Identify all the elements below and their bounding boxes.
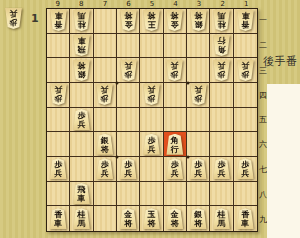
piece-face: 歩兵 — [142, 84, 161, 105]
piece-face: 歩兵 — [236, 60, 255, 81]
piece-face: 歩兵 — [142, 134, 161, 155]
shogi-piece-gote[interactable]: 飛車 — [72, 35, 91, 56]
shogi-piece-sente[interactable]: 銀将 — [95, 134, 114, 155]
square-1-1[interactable]: 香車 — [234, 9, 257, 34]
shogi-piece-sente[interactable]: 金将 — [119, 208, 138, 229]
square-8-8[interactable]: 飛車 — [70, 182, 93, 207]
shogi-piece-sente[interactable]: 歩兵 — [119, 158, 138, 179]
shogi-piece-gote[interactable]: 歩兵 — [165, 60, 184, 81]
square-6-2[interactable] — [117, 34, 140, 59]
square-9-3[interactable] — [47, 58, 70, 83]
shogi-piece-gote[interactable]: 金将 — [119, 10, 138, 31]
shogi-piece-sente[interactable]: 歩兵 — [236, 158, 255, 179]
square-6-8[interactable] — [117, 182, 140, 207]
square-6-7[interactable]: 歩兵 — [117, 157, 140, 182]
square-9-7[interactable]: 歩兵 — [47, 157, 70, 182]
square-3-4[interactable]: 歩兵 — [187, 83, 210, 108]
square-8-7[interactable] — [70, 157, 93, 182]
file-label-1: 1 — [234, 0, 258, 8]
shogi-piece-gote[interactable]: 桂馬 — [72, 10, 91, 31]
square-5-6[interactable]: 歩兵 — [140, 132, 163, 157]
square-1-8[interactable] — [234, 182, 257, 207]
file-label-9: 9 — [46, 0, 70, 8]
piece-face: 歩兵 — [119, 158, 138, 179]
square-4-5[interactable] — [164, 108, 187, 133]
file-label-5: 5 — [140, 0, 164, 8]
square-2-7[interactable]: 歩兵 — [210, 157, 233, 182]
square-4-4[interactable] — [164, 83, 187, 108]
shogi-piece-gote[interactable]: 桂馬 — [212, 10, 231, 31]
piece-face: 歩兵 — [189, 158, 208, 179]
square-3-8[interactable] — [187, 182, 210, 207]
square-2-5[interactable] — [210, 108, 233, 133]
square-6-9[interactable]: 金将 — [117, 206, 140, 231]
piece-face: 歩兵 — [119, 60, 138, 81]
shogi-piece-gote[interactable]: 角行 — [212, 35, 231, 56]
square-5-3[interactable] — [140, 58, 163, 83]
square-1-4[interactable] — [234, 83, 257, 108]
square-3-7[interactable]: 歩兵 — [187, 157, 210, 182]
piece-face: 歩兵 — [49, 84, 68, 105]
piece-face: 歩兵 — [212, 158, 231, 179]
square-4-2[interactable] — [164, 34, 187, 59]
turn-indicator: 後手番 — [263, 54, 300, 69]
square-6-3[interactable]: 歩兵 — [117, 58, 140, 83]
shogi-piece-gote[interactable]: 香車 — [49, 10, 68, 31]
shogi-piece-gote[interactable]: 香車 — [236, 10, 255, 31]
piece-face: 桂馬 — [72, 10, 91, 31]
square-8-4[interactable] — [70, 83, 93, 108]
shogi-piece-gote[interactable]: 歩兵 — [4, 8, 23, 29]
square-1-9[interactable]: 香車 — [234, 206, 257, 231]
shogi-piece-gote[interactable]: 歩兵 — [49, 84, 68, 105]
shogi-piece-sente[interactable]: 桂馬 — [212, 208, 231, 229]
shogi-piece-gote[interactable]: 歩兵 — [142, 84, 161, 105]
piece-face: 歩兵 — [49, 158, 68, 179]
square-1-6[interactable] — [234, 132, 257, 157]
piece-face: 歩兵 — [165, 158, 184, 179]
piece-face: 銀将 — [72, 60, 91, 81]
piece-face: 王将 — [142, 10, 161, 31]
square-3-6[interactable] — [187, 132, 210, 157]
square-2-4[interactable] — [210, 83, 233, 108]
piece-face: 金将 — [165, 208, 184, 229]
piece-face: 歩兵 — [189, 84, 208, 105]
piece-face: 歩兵 — [72, 109, 91, 130]
shogi-piece-gote[interactable]: 歩兵 — [236, 60, 255, 81]
square-2-6[interactable] — [210, 132, 233, 157]
square-4-8[interactable] — [164, 182, 187, 207]
square-6-4[interactable] — [117, 83, 140, 108]
piece-face: 桂馬 — [212, 10, 231, 31]
square-9-4[interactable]: 歩兵 — [47, 83, 70, 108]
square-9-8[interactable] — [47, 182, 70, 207]
square-9-5[interactable] — [47, 108, 70, 133]
square-8-6[interactable] — [70, 132, 93, 157]
square-9-1[interactable]: 香車 — [47, 9, 70, 34]
file-label-7: 7 — [93, 0, 117, 8]
piece-face: 歩兵 — [236, 158, 255, 179]
square-5-2[interactable] — [140, 34, 163, 59]
square-3-1[interactable]: 銀将 — [187, 9, 210, 34]
square-9-2[interactable] — [47, 34, 70, 59]
piece-face: 飛車 — [72, 183, 91, 204]
shogi-piece-gote[interactable]: 銀将 — [189, 10, 208, 31]
square-2-1[interactable]: 桂馬 — [210, 9, 233, 34]
shogi-piece-gote[interactable]: 金将 — [165, 10, 184, 31]
file-labels: 987654321 — [46, 0, 258, 8]
square-2-3[interactable]: 歩兵 — [210, 58, 233, 83]
square-6-5[interactable] — [117, 108, 140, 133]
shogi-piece-sente[interactable]: 歩兵 — [95, 158, 114, 179]
piece-face: 銀将 — [189, 208, 208, 229]
shogi-piece-gote[interactable]: 歩兵 — [95, 84, 114, 105]
square-3-5[interactable] — [187, 108, 210, 133]
square-3-3[interactable] — [187, 58, 210, 83]
shogi-piece-sente[interactable]: 香車 — [49, 208, 68, 229]
shogi-piece-sente[interactable]: 歩兵 — [49, 158, 68, 179]
file-label-4: 4 — [164, 0, 188, 8]
shogi-piece-sente[interactable]: 香車 — [236, 208, 255, 229]
shogi-piece-sente[interactable]: 歩兵 — [142, 134, 161, 155]
shogi-piece-sente[interactable]: 歩兵 — [165, 158, 184, 179]
square-4-6[interactable]: 角行 — [164, 132, 187, 157]
gote-hand-tray: 歩兵 1 — [4, 5, 44, 31]
square-7-8[interactable] — [94, 182, 117, 207]
square-3-2[interactable] — [187, 34, 210, 59]
shogi-piece-sente[interactable]: 歩兵 — [212, 158, 231, 179]
square-7-6[interactable]: 銀将 — [94, 132, 117, 157]
square-3-9[interactable]: 銀将 — [187, 206, 210, 231]
shogi-piece-sente[interactable]: 飛車 — [72, 183, 91, 204]
piece-face: 桂馬 — [72, 208, 91, 229]
square-1-5[interactable] — [234, 108, 257, 133]
square-5-8[interactable] — [140, 182, 163, 207]
shogi-piece-sente[interactable]: 銀将 — [189, 208, 208, 229]
piece-face: 香車 — [49, 10, 68, 31]
square-6-6[interactable] — [117, 132, 140, 157]
piece-face: 飛車 — [72, 35, 91, 56]
square-5-4[interactable]: 歩兵 — [140, 83, 163, 108]
piece-face: 金将 — [119, 10, 138, 31]
square-7-1[interactable] — [94, 9, 117, 34]
square-2-8[interactable] — [210, 182, 233, 207]
square-9-6[interactable] — [47, 132, 70, 157]
shogi-piece-sente[interactable]: 玉将 — [142, 208, 161, 229]
star-point — [115, 156, 118, 159]
shogi-piece-gote[interactable]: 歩兵 — [212, 60, 231, 81]
shogi-piece-sente[interactable]: 金将 — [165, 208, 184, 229]
square-5-7[interactable] — [140, 157, 163, 182]
shogi-diagram: 987654321 香車桂馬金将王将金将銀将桂馬香車飛車角行銀将歩兵歩兵歩兵歩兵… — [0, 0, 300, 238]
piece-face: 金将 — [165, 10, 184, 31]
shogi-piece-gote[interactable]: 歩兵 — [119, 60, 138, 81]
piece-face: 金将 — [119, 208, 138, 229]
square-7-5[interactable] — [94, 108, 117, 133]
gote-hand-pawn-count: 1 — [31, 12, 39, 25]
piece-face: 歩兵 — [95, 84, 114, 105]
piece-face: 桂馬 — [212, 208, 231, 229]
square-1-2[interactable] — [234, 34, 257, 59]
square-8-2[interactable]: 飛車 — [70, 34, 93, 59]
square-4-9[interactable]: 金将 — [164, 206, 187, 231]
shogi-piece-sente[interactable]: 歩兵 — [189, 158, 208, 179]
square-7-7[interactable]: 歩兵 — [94, 157, 117, 182]
square-7-9[interactable] — [94, 206, 117, 231]
shogi-piece-gote[interactable]: 銀将 — [72, 60, 91, 81]
piece-face: 香車 — [236, 208, 255, 229]
square-8-5[interactable]: 歩兵 — [70, 108, 93, 133]
square-6-1[interactable]: 金将 — [117, 9, 140, 34]
square-8-3[interactable]: 銀将 — [70, 58, 93, 83]
square-2-2[interactable]: 角行 — [210, 34, 233, 59]
star-point — [186, 156, 189, 159]
piece-face: 香車 — [49, 208, 68, 229]
square-7-3[interactable] — [94, 58, 117, 83]
square-8-9[interactable]: 桂馬 — [70, 206, 93, 231]
star-point — [115, 81, 118, 84]
square-9-9[interactable]: 香車 — [47, 206, 70, 231]
piece-face: 玉将 — [142, 208, 161, 229]
square-1-7[interactable]: 歩兵 — [234, 157, 257, 182]
piece-face: 角行 — [165, 134, 184, 155]
square-4-7[interactable]: 歩兵 — [164, 157, 187, 182]
shogi-piece-sente[interactable]: 角行 — [165, 134, 184, 155]
piece-face: 銀将 — [189, 10, 208, 31]
shogi-piece-sente[interactable]: 歩兵 — [72, 109, 91, 130]
piece-face: 角行 — [212, 35, 231, 56]
piece-face: 歩兵 — [95, 158, 114, 179]
sente-hand-tray — [267, 84, 300, 238]
star-point — [186, 81, 189, 84]
file-label-6: 6 — [117, 0, 141, 8]
square-4-3[interactable]: 歩兵 — [164, 58, 187, 83]
file-label-2: 2 — [211, 0, 235, 8]
square-2-9[interactable]: 桂馬 — [210, 206, 233, 231]
file-label-8: 8 — [70, 0, 94, 8]
square-7-4[interactable]: 歩兵 — [94, 83, 117, 108]
shogi-piece-sente[interactable]: 桂馬 — [72, 208, 91, 229]
square-4-1[interactable]: 金将 — [164, 9, 187, 34]
shogi-board[interactable]: 香車桂馬金将王将金将銀将桂馬香車飛車角行銀将歩兵歩兵歩兵歩兵歩兵歩兵歩兵歩兵歩兵… — [46, 8, 258, 232]
piece-face: 歩兵 — [4, 8, 23, 29]
piece-face: 歩兵 — [212, 60, 231, 81]
square-5-5[interactable] — [140, 108, 163, 133]
square-5-9[interactable]: 玉将 — [140, 206, 163, 231]
square-7-2[interactable] — [94, 34, 117, 59]
piece-face: 歩兵 — [165, 60, 184, 81]
rank-label-1: 一 — [258, 8, 268, 33]
file-label-3: 3 — [187, 0, 211, 8]
piece-face: 銀将 — [95, 134, 114, 155]
square-5-1[interactable]: 王将 — [140, 9, 163, 34]
square-1-3[interactable]: 歩兵 — [234, 58, 257, 83]
square-8-1[interactable]: 桂馬 — [70, 9, 93, 34]
shogi-piece-gote[interactable]: 歩兵 — [189, 84, 208, 105]
shogi-piece-gote[interactable]: 王将 — [142, 10, 161, 31]
piece-face: 香車 — [236, 10, 255, 31]
